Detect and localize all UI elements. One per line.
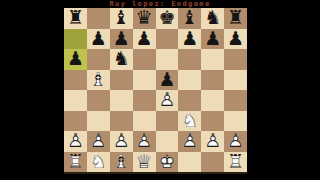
piece-white-knight[interactable]: ♞♘ [178, 111, 201, 132]
piece-white-pawn[interactable]: ♟♙ [133, 131, 156, 152]
square-h3[interactable] [224, 111, 247, 132]
piece-black-knight[interactable]: ♞ [201, 8, 224, 29]
square-b2[interactable]: ♟♙ [87, 131, 110, 152]
piece-black-knight[interactable]: ♞ [110, 49, 133, 70]
white-pawn-outline-glyph: ♙ [204, 131, 221, 150]
square-a6[interactable]: ♟ [64, 49, 87, 70]
square-d1[interactable]: ♛♕ [133, 152, 156, 173]
white-pawn-outline-glyph: ♙ [113, 131, 130, 150]
black-pawn-glyph: ♟ [181, 29, 198, 48]
square-h6[interactable] [224, 49, 247, 70]
square-f3[interactable]: ♞♘ [178, 111, 201, 132]
piece-white-pawn[interactable]: ♟♙ [201, 131, 224, 152]
black-bishop-glyph: ♝ [181, 8, 198, 27]
square-c8[interactable]: ♝ [110, 8, 133, 29]
square-g3[interactable] [201, 111, 224, 132]
square-g4[interactable] [201, 90, 224, 111]
square-e4[interactable]: ♟♙ [156, 90, 179, 111]
square-d7[interactable]: ♟ [133, 29, 156, 50]
square-d2[interactable]: ♟♙ [133, 131, 156, 152]
white-queen-outline-glyph: ♕ [136, 152, 153, 171]
square-e5[interactable]: ♟ [156, 70, 179, 91]
white-bishop-outline-glyph: ♗ [90, 70, 107, 89]
square-e2[interactable] [156, 131, 179, 152]
square-g8[interactable]: ♞ [201, 8, 224, 29]
white-pawn-outline-glyph: ♙ [90, 131, 107, 150]
square-g5[interactable] [201, 70, 224, 91]
square-g6[interactable] [201, 49, 224, 70]
piece-black-bishop[interactable]: ♝ [110, 8, 133, 29]
piece-white-rook[interactable]: ♜♖ [64, 152, 87, 173]
square-a2[interactable]: ♟♙ [64, 131, 87, 152]
black-pawn-glyph: ♟ [158, 70, 175, 89]
piece-black-queen[interactable]: ♛ [133, 8, 156, 29]
black-queen-glyph: ♛ [136, 8, 153, 27]
piece-black-pawn[interactable]: ♟ [224, 29, 247, 50]
white-pawn-outline-glyph: ♙ [67, 131, 84, 150]
piece-white-bishop[interactable]: ♝♗ [110, 152, 133, 173]
square-f8[interactable]: ♝ [178, 8, 201, 29]
piece-white-pawn[interactable]: ♟♙ [224, 131, 247, 152]
square-c4[interactable] [110, 90, 133, 111]
white-king-outline-glyph: ♔ [158, 152, 175, 171]
square-h1[interactable]: ♜♖ [224, 152, 247, 173]
square-d5[interactable] [133, 70, 156, 91]
piece-black-pawn[interactable]: ♟ [64, 49, 87, 70]
square-g1[interactable] [201, 152, 224, 173]
piece-black-pawn[interactable]: ♟ [178, 29, 201, 50]
square-a4[interactable] [64, 90, 87, 111]
black-pawn-glyph: ♟ [227, 29, 244, 48]
piece-white-knight[interactable]: ♞♘ [87, 152, 110, 173]
white-pawn-outline-glyph: ♙ [158, 90, 175, 109]
piece-white-rook[interactable]: ♜♖ [224, 152, 247, 173]
white-rook-outline-glyph: ♖ [227, 152, 244, 171]
white-knight-outline-glyph: ♘ [181, 111, 198, 130]
square-a1[interactable]: ♜♖ [64, 152, 87, 173]
black-knight-glyph: ♞ [204, 8, 221, 27]
piece-white-bishop[interactable]: ♝♗ [87, 70, 110, 91]
white-pawn-outline-glyph: ♙ [227, 131, 244, 150]
square-h5[interactable] [224, 70, 247, 91]
square-h2[interactable]: ♟♙ [224, 131, 247, 152]
square-a7[interactable] [64, 29, 87, 50]
square-c2[interactable]: ♟♙ [110, 131, 133, 152]
piece-white-queen[interactable]: ♛♕ [133, 152, 156, 173]
square-h7[interactable]: ♟ [224, 29, 247, 50]
square-a3[interactable] [64, 111, 87, 132]
square-c3[interactable] [110, 111, 133, 132]
square-h8[interactable]: ♜ [224, 8, 247, 29]
white-rook-outline-glyph: ♖ [67, 152, 84, 171]
square-f7[interactable]: ♟ [178, 29, 201, 50]
piece-white-pawn[interactable]: ♟♙ [178, 131, 201, 152]
square-e8[interactable]: ♚ [156, 8, 179, 29]
square-f1[interactable] [178, 152, 201, 173]
square-e6[interactable] [156, 49, 179, 70]
square-c1[interactable]: ♝♗ [110, 152, 133, 173]
white-knight-outline-glyph: ♘ [90, 152, 107, 171]
square-b1[interactable]: ♞♘ [87, 152, 110, 173]
piece-white-king[interactable]: ♚♔ [156, 152, 179, 173]
black-rook-glyph: ♜ [227, 8, 244, 27]
square-f4[interactable] [178, 90, 201, 111]
piece-black-pawn[interactable]: ♟ [201, 29, 224, 50]
piece-white-pawn[interactable]: ♟♙ [87, 131, 110, 152]
square-c6[interactable]: ♞ [110, 49, 133, 70]
white-bishop-outline-glyph: ♗ [113, 152, 130, 171]
white-pawn-outline-glyph: ♙ [181, 131, 198, 150]
square-b7[interactable]: ♟ [87, 29, 110, 50]
square-g7[interactable]: ♟ [201, 29, 224, 50]
square-d8[interactable]: ♛ [133, 8, 156, 29]
black-king-glyph: ♚ [158, 8, 175, 27]
black-pawn-glyph: ♟ [204, 29, 221, 48]
piece-black-bishop[interactable]: ♝ [178, 8, 201, 29]
square-b8[interactable] [87, 8, 110, 29]
square-b5[interactable]: ♝♗ [87, 70, 110, 91]
black-pawn-glyph: ♟ [113, 29, 130, 48]
black-bishop-glyph: ♝ [113, 8, 130, 27]
black-knight-glyph: ♞ [113, 49, 130, 68]
piece-white-pawn[interactable]: ♟♙ [156, 90, 179, 111]
square-e3[interactable] [156, 111, 179, 132]
black-rook-glyph: ♜ [67, 8, 84, 27]
piece-black-pawn[interactable]: ♟ [156, 70, 179, 91]
black-pawn-glyph: ♟ [67, 49, 84, 68]
square-d3[interactable] [133, 111, 156, 132]
piece-black-pawn[interactable]: ♟ [110, 29, 133, 50]
square-d6[interactable] [133, 49, 156, 70]
square-d4[interactable] [133, 90, 156, 111]
black-pawn-glyph: ♟ [136, 29, 153, 48]
piece-white-pawn[interactable]: ♟♙ [64, 131, 87, 152]
square-c5[interactable] [110, 70, 133, 91]
piece-black-pawn[interactable]: ♟ [87, 29, 110, 50]
square-b6[interactable] [87, 49, 110, 70]
piece-black-pawn[interactable]: ♟ [133, 29, 156, 50]
black-pawn-glyph: ♟ [90, 29, 107, 48]
square-a8[interactable]: ♜ [64, 8, 87, 29]
square-c7[interactable]: ♟ [110, 29, 133, 50]
white-pawn-outline-glyph: ♙ [136, 131, 153, 150]
square-f5[interactable] [178, 70, 201, 91]
square-b3[interactable] [87, 111, 110, 132]
square-e7[interactable] [156, 29, 179, 50]
square-b4[interactable] [87, 90, 110, 111]
chess-board: ♜♝♛♚♝♞♜♟♟♟♟♟♟♟♞♝♗♟♟♙♞♘♟♙♟♙♟♙♟♙♟♙♟♙♟♙♜♖♞♘… [64, 8, 247, 174]
square-f2[interactable]: ♟♙ [178, 131, 201, 152]
piece-black-rook[interactable]: ♜ [224, 8, 247, 29]
square-e1[interactable]: ♚♔ [156, 152, 179, 173]
square-h4[interactable] [224, 90, 247, 111]
piece-white-pawn[interactable]: ♟♙ [110, 131, 133, 152]
piece-black-king[interactable]: ♚ [156, 8, 179, 29]
square-a5[interactable] [64, 70, 87, 91]
piece-black-rook[interactable]: ♜ [64, 8, 87, 29]
square-f6[interactable] [178, 49, 201, 70]
square-g2[interactable]: ♟♙ [201, 131, 224, 152]
